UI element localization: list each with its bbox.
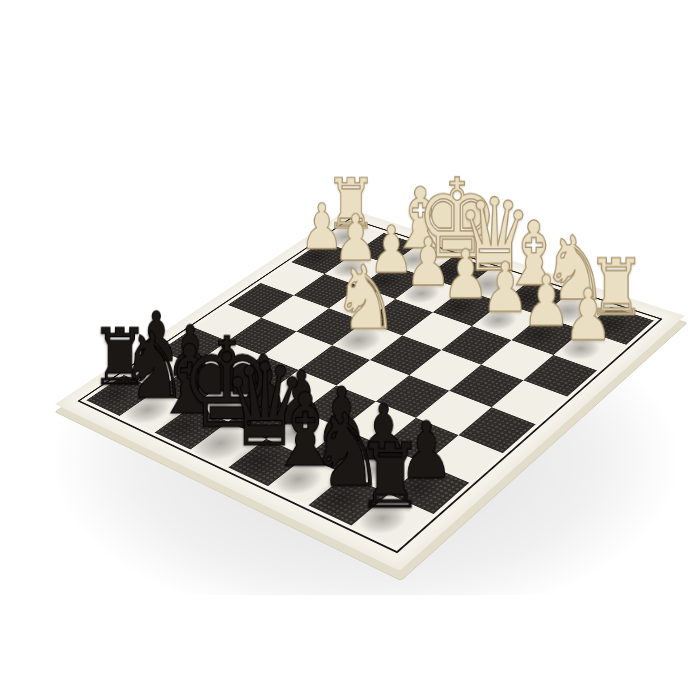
white-knight-glyph: ♞	[308, 254, 424, 342]
white-pawn-glyph: ♟	[528, 280, 648, 351]
product-photo-background: { "game": "chess", "scene_note": "Overhe…	[0, 0, 700, 700]
chess-board: ♜♟♝♟♚♟♛♟♝♟♞♞♟♟♜♟♜♟♟♞♟♝♟♚♟♛♟♝♟♞♟♜	[55, 209, 685, 571]
black-rook-glyph: ♜	[323, 432, 458, 522]
